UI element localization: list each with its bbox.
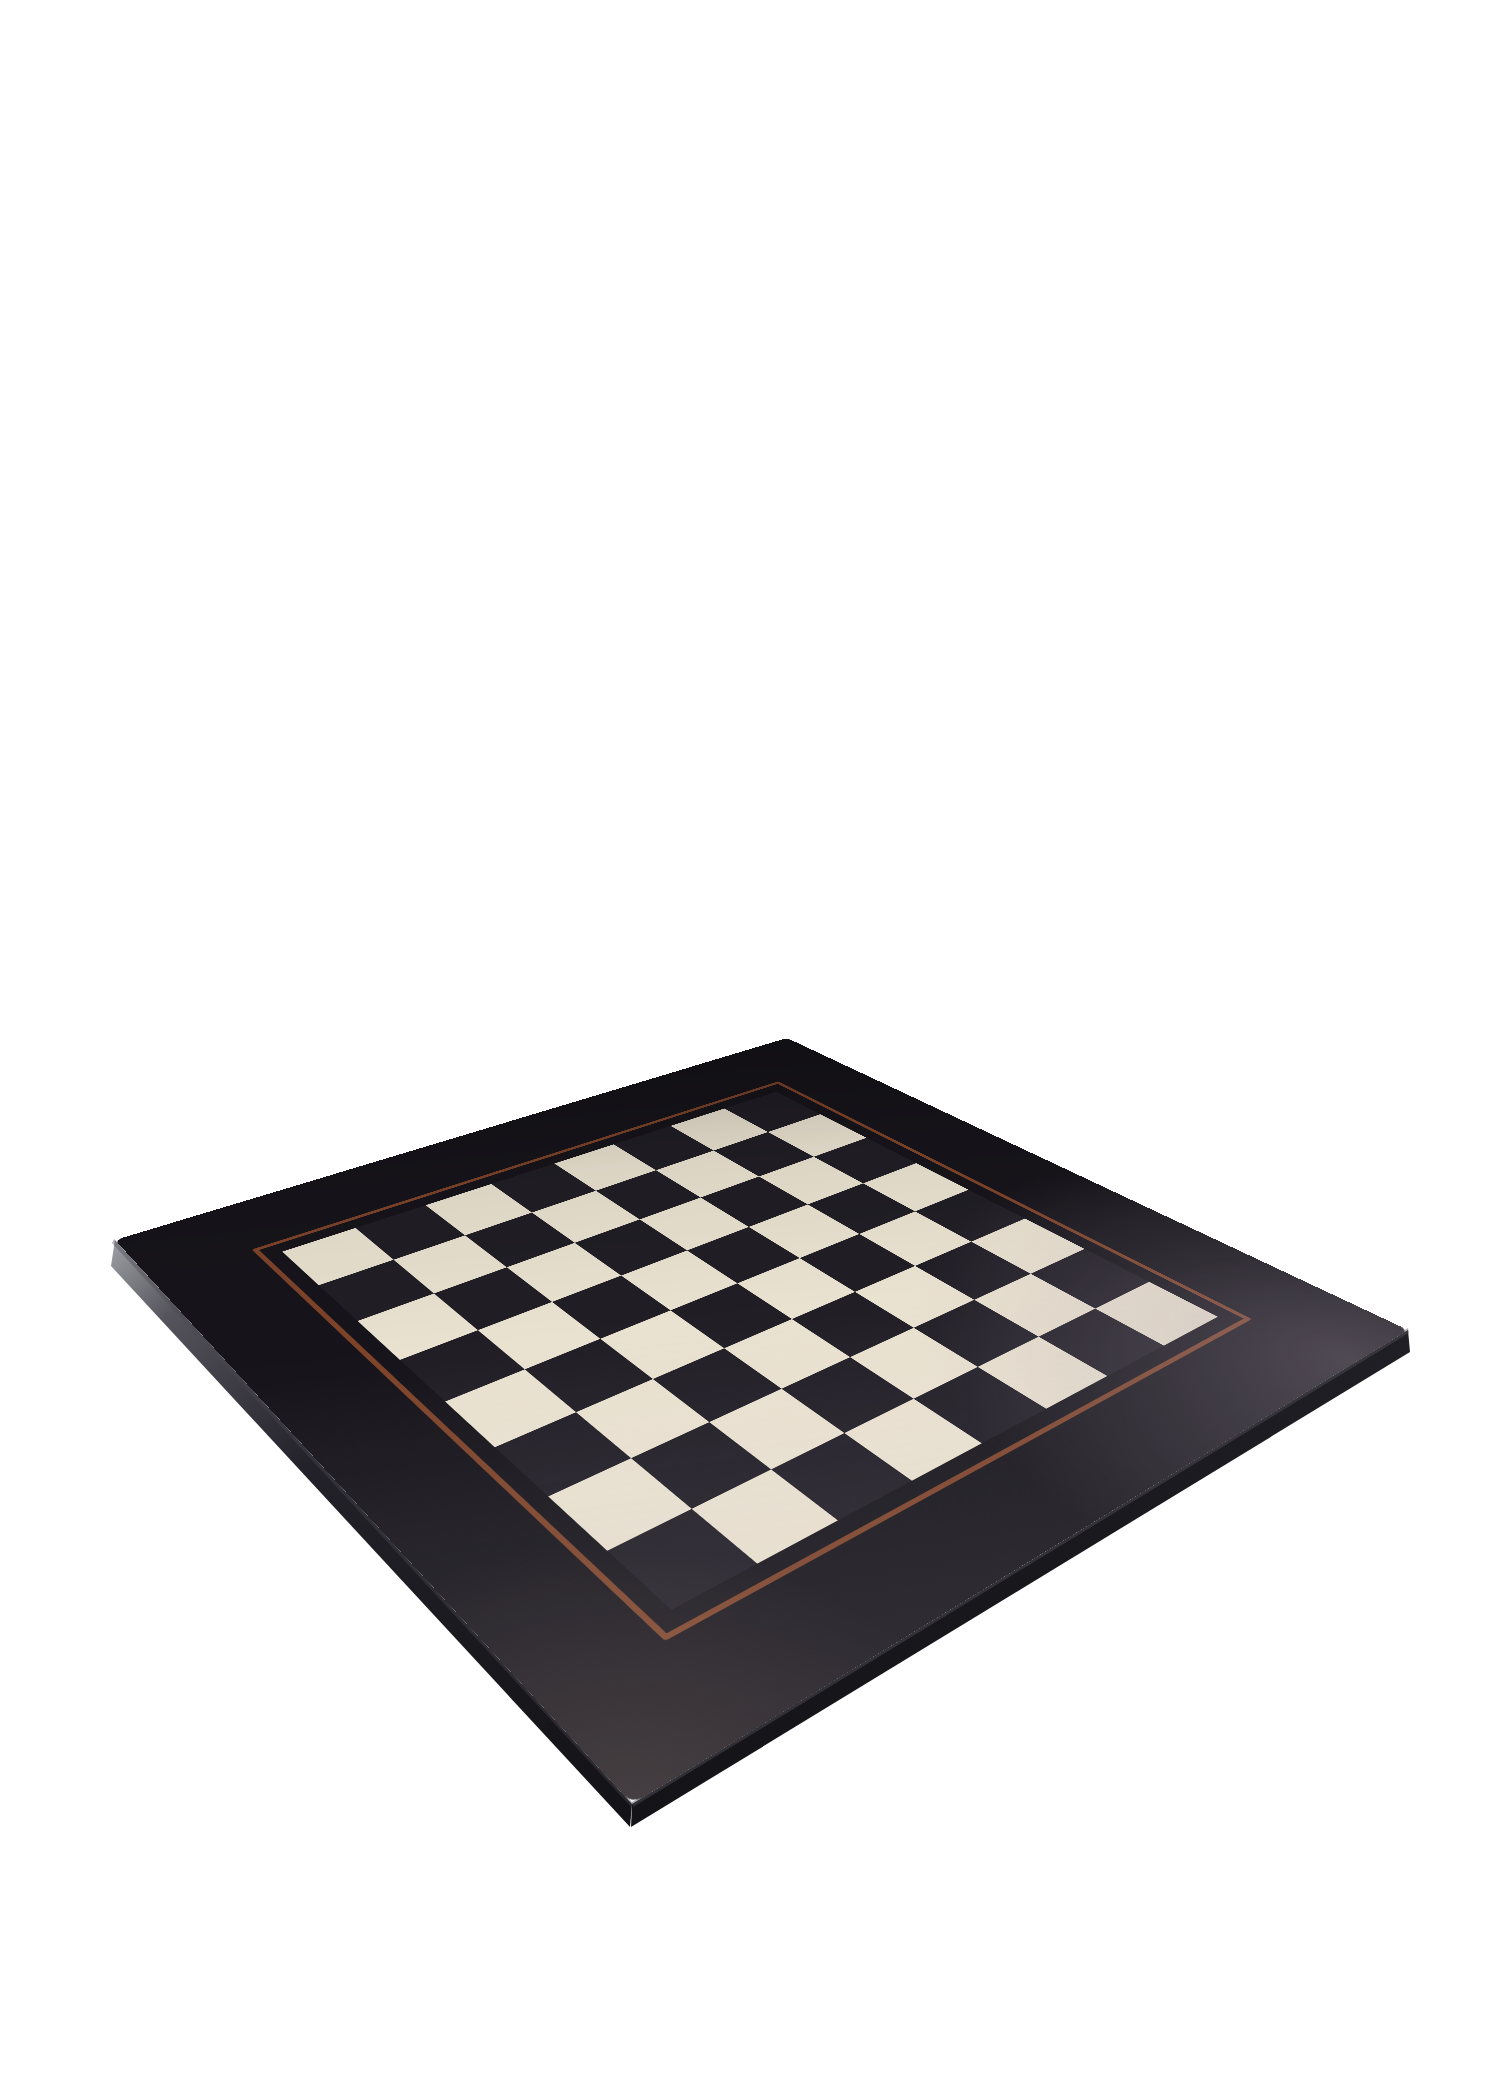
product-photo [0, 0, 1500, 2090]
left-bevel-highlight [0, 0, 1500, 2090]
chess-board [115, 1038, 1408, 1804]
right-bevel-highlight [0, 0, 1500, 2090]
